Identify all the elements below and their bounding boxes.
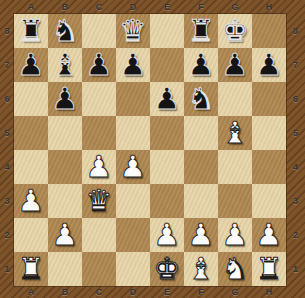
square-b1[interactable] xyxy=(48,252,82,286)
white-king-e1[interactable]: ♚ xyxy=(154,254,181,284)
square-f6[interactable]: ♞ xyxy=(184,82,218,116)
file-label-a: A xyxy=(14,0,48,14)
file-label-e: E xyxy=(150,286,184,298)
square-e1[interactable]: ♚ xyxy=(150,252,184,286)
square-g4[interactable] xyxy=(218,150,252,184)
file-label-g: G xyxy=(218,286,252,298)
square-a1[interactable]: ♜ xyxy=(14,252,48,286)
white-pawn-f2[interactable]: ♟ xyxy=(188,220,215,250)
file-label-e: E xyxy=(150,0,184,14)
rank-label-3: 3 xyxy=(0,184,14,218)
chess-board: ♜♞♛♜♚♟♝♟♟♟♟♟♟♟♞♝♟♟♟♛♟♟♟♟♟♜♚♝♞♜ xyxy=(14,14,286,286)
file-labels-bottom: ABCDEFGH xyxy=(14,286,286,298)
square-e5[interactable] xyxy=(150,116,184,150)
square-b2[interactable]: ♟ xyxy=(48,218,82,252)
square-g8[interactable]: ♚ xyxy=(218,14,252,48)
square-b5[interactable] xyxy=(48,116,82,150)
rank-label-4: 4 xyxy=(286,150,305,184)
file-label-c: C xyxy=(82,0,116,14)
square-c3[interactable]: ♛ xyxy=(82,184,116,218)
square-c1[interactable] xyxy=(82,252,116,286)
square-c7[interactable]: ♟ xyxy=(82,48,116,82)
black-rook-a8[interactable]: ♜ xyxy=(18,16,45,46)
square-b4[interactable] xyxy=(48,150,82,184)
square-h6[interactable] xyxy=(252,82,286,116)
black-pawn-c7[interactable]: ♟ xyxy=(86,50,113,80)
square-a3[interactable]: ♟ xyxy=(14,184,48,218)
square-g1[interactable]: ♞ xyxy=(218,252,252,286)
square-c4[interactable]: ♟ xyxy=(82,150,116,184)
rank-label-7: 7 xyxy=(286,48,305,82)
square-c8[interactable] xyxy=(82,14,116,48)
black-pawn-d7[interactable]: ♟ xyxy=(120,50,147,80)
square-e2[interactable]: ♟ xyxy=(150,218,184,252)
square-d1[interactable] xyxy=(116,252,150,286)
rank-label-3: 3 xyxy=(286,184,305,218)
square-a5[interactable] xyxy=(14,116,48,150)
square-a7[interactable]: ♟ xyxy=(14,48,48,82)
file-label-d: D xyxy=(116,0,150,14)
file-label-f: F xyxy=(184,0,218,14)
square-f1[interactable]: ♝ xyxy=(184,252,218,286)
square-e4[interactable] xyxy=(150,150,184,184)
white-pawn-d4[interactable]: ♟ xyxy=(120,152,147,182)
square-f7[interactable]: ♟ xyxy=(184,48,218,82)
square-e3[interactable] xyxy=(150,184,184,218)
rank-label-1: 1 xyxy=(0,252,14,286)
rank-label-8: 8 xyxy=(0,14,14,48)
white-bishop-f1[interactable]: ♝ xyxy=(188,254,215,284)
square-c6[interactable] xyxy=(82,82,116,116)
rank-label-6: 6 xyxy=(286,82,305,116)
square-b6[interactable]: ♟ xyxy=(48,82,82,116)
square-h4[interactable] xyxy=(252,150,286,184)
file-label-a: A xyxy=(14,286,48,298)
file-label-h: H xyxy=(252,286,286,298)
square-d8[interactable]: ♛ xyxy=(116,14,150,48)
white-pawn-h2[interactable]: ♟ xyxy=(256,220,283,250)
white-pawn-b2[interactable]: ♟ xyxy=(52,220,79,250)
square-d7[interactable]: ♟ xyxy=(116,48,150,82)
square-g3[interactable] xyxy=(218,184,252,218)
file-label-g: G xyxy=(218,0,252,14)
white-rook-a1[interactable]: ♜ xyxy=(18,254,45,284)
file-label-c: C xyxy=(82,286,116,298)
black-pawn-f7[interactable]: ♟ xyxy=(188,50,215,80)
square-e8[interactable] xyxy=(150,14,184,48)
square-a2[interactable] xyxy=(14,218,48,252)
square-f2[interactable]: ♟ xyxy=(184,218,218,252)
rank-label-5: 5 xyxy=(0,116,14,150)
square-b7[interactable]: ♝ xyxy=(48,48,82,82)
square-h5[interactable] xyxy=(252,116,286,150)
white-pawn-c4[interactable]: ♟ xyxy=(86,152,113,182)
square-c5[interactable] xyxy=(82,116,116,150)
square-f4[interactable] xyxy=(184,150,218,184)
square-d6[interactable] xyxy=(116,82,150,116)
rank-label-4: 4 xyxy=(0,150,14,184)
file-labels-top: ABCDEFGH xyxy=(14,0,286,14)
square-d2[interactable] xyxy=(116,218,150,252)
rank-labels-right: 87654321 xyxy=(286,14,305,286)
square-d3[interactable] xyxy=(116,184,150,218)
rank-label-8: 8 xyxy=(286,14,305,48)
rank-label-2: 2 xyxy=(0,218,14,252)
rank-label-1: 1 xyxy=(286,252,305,286)
rank-label-5: 5 xyxy=(286,116,305,150)
white-pawn-a3[interactable]: ♟ xyxy=(18,186,45,216)
file-label-b: B xyxy=(48,286,82,298)
rank-labels-left: 87654321 xyxy=(0,14,14,286)
black-knight-f6[interactable]: ♞ xyxy=(188,84,215,114)
black-rook-f8[interactable]: ♜ xyxy=(188,16,215,46)
square-e7[interactable] xyxy=(150,48,184,82)
black-pawn-e6[interactable]: ♟ xyxy=(154,84,181,114)
file-label-h: H xyxy=(252,0,286,14)
square-f8[interactable]: ♜ xyxy=(184,14,218,48)
white-queen-c3[interactable]: ♛ xyxy=(86,186,113,216)
black-knight-b8[interactable]: ♞ xyxy=(52,16,79,46)
square-g5[interactable]: ♝ xyxy=(218,116,252,150)
square-e6[interactable]: ♟ xyxy=(150,82,184,116)
black-queen-d8[interactable]: ♛ xyxy=(120,16,147,46)
square-a8[interactable]: ♜ xyxy=(14,14,48,48)
square-h7[interactable]: ♟ xyxy=(252,48,286,82)
rank-label-6: 6 xyxy=(0,82,14,116)
file-label-b: B xyxy=(48,0,82,14)
white-pawn-g2[interactable]: ♟ xyxy=(222,220,249,250)
white-bishop-g5[interactable]: ♝ xyxy=(222,118,249,148)
square-g6[interactable] xyxy=(218,82,252,116)
square-f3[interactable] xyxy=(184,184,218,218)
square-h1[interactable]: ♜ xyxy=(252,252,286,286)
square-g7[interactable]: ♟ xyxy=(218,48,252,82)
square-h8[interactable] xyxy=(252,14,286,48)
square-b8[interactable]: ♞ xyxy=(48,14,82,48)
file-label-f: F xyxy=(184,286,218,298)
square-g2[interactable]: ♟ xyxy=(218,218,252,252)
black-king-g8[interactable]: ♚ xyxy=(222,16,249,46)
white-pawn-e2[interactable]: ♟ xyxy=(154,220,181,250)
black-pawn-g7[interactable]: ♟ xyxy=(222,50,249,80)
white-rook-h1[interactable]: ♜ xyxy=(256,254,283,284)
black-pawn-h7[interactable]: ♟ xyxy=(256,50,283,80)
chess-board-frame: ABCDEFGH 87654321 ♜♞♛♜♚♟♝♟♟♟♟♟♟♟♞♝♟♟♟♛♟♟… xyxy=(0,0,305,298)
square-d5[interactable] xyxy=(116,116,150,150)
square-a4[interactable] xyxy=(14,150,48,184)
square-a6[interactable] xyxy=(14,82,48,116)
square-h2[interactable]: ♟ xyxy=(252,218,286,252)
rank-label-7: 7 xyxy=(0,48,14,82)
square-c2[interactable] xyxy=(82,218,116,252)
square-h3[interactable] xyxy=(252,184,286,218)
black-pawn-b6[interactable]: ♟ xyxy=(52,84,79,114)
file-label-d: D xyxy=(116,286,150,298)
black-bishop-b7[interactable]: ♝ xyxy=(52,50,79,80)
rank-label-2: 2 xyxy=(286,218,305,252)
square-f5[interactable] xyxy=(184,116,218,150)
white-knight-g1[interactable]: ♞ xyxy=(222,254,249,284)
square-d4[interactable]: ♟ xyxy=(116,150,150,184)
square-b3[interactable] xyxy=(48,184,82,218)
black-pawn-a7[interactable]: ♟ xyxy=(18,50,45,80)
